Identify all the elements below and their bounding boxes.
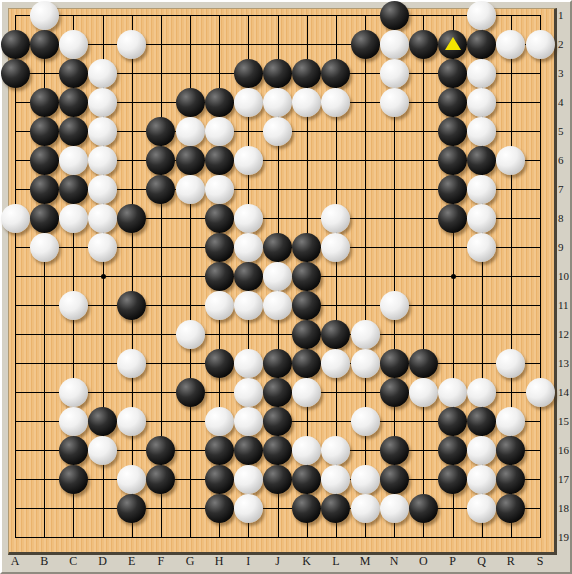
go-app-window: { "game": "go", "board_size": 19, "coord… xyxy=(0,0,572,574)
go-board[interactable] xyxy=(8,8,557,555)
